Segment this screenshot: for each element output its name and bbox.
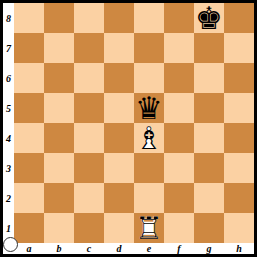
square-d4[interactable] [104,123,134,153]
square-e7[interactable] [134,33,164,63]
rank-label-6: 6 [3,63,14,93]
white-rook-icon: ♖ [134,213,164,243]
square-e4[interactable]: ♝♗ [134,123,164,153]
square-b5[interactable] [44,93,74,123]
square-f5[interactable] [164,93,194,123]
square-a1[interactable] [14,213,44,243]
square-h7[interactable] [224,33,254,63]
square-c3[interactable] [74,153,104,183]
square-d6[interactable] [104,63,134,93]
square-b4[interactable] [44,123,74,153]
square-e6[interactable] [134,63,164,93]
white-bishop[interactable]: ♝♗ [134,123,164,153]
white-bishop-icon: ♗ [134,123,164,153]
square-e1[interactable]: ♜♖ [134,213,164,243]
rank-label-3: 3 [3,153,14,183]
square-c1[interactable] [74,213,104,243]
square-a5[interactable] [14,93,44,123]
square-c8[interactable] [74,3,104,33]
square-g6[interactable] [194,63,224,93]
square-h4[interactable] [224,123,254,153]
rank-label-4: 4 [3,123,14,153]
square-d8[interactable] [104,3,134,33]
square-b6[interactable] [44,63,74,93]
rank-label-7: 7 [3,33,14,63]
rank-labels: 87654321 [3,3,14,243]
square-c4[interactable] [74,123,104,153]
square-g3[interactable] [194,153,224,183]
black-queen-icon: ♛ [134,93,164,123]
file-label-e: e [134,243,164,254]
square-g2[interactable] [194,183,224,213]
rank-label-2: 2 [3,183,14,213]
square-e2[interactable] [134,183,164,213]
square-h3[interactable] [224,153,254,183]
square-d7[interactable] [104,33,134,63]
square-g5[interactable] [194,93,224,123]
file-label-g: g [194,243,224,254]
square-b8[interactable] [44,3,74,33]
square-f4[interactable] [164,123,194,153]
square-g4[interactable] [194,123,224,153]
square-f6[interactable] [164,63,194,93]
square-d1[interactable] [104,213,134,243]
square-h6[interactable] [224,63,254,93]
file-label-f: f [164,243,194,254]
square-c7[interactable] [74,33,104,63]
square-f1[interactable] [164,213,194,243]
square-e5[interactable]: ♛ [134,93,164,123]
file-label-d: d [104,243,134,254]
white-to-move-indicator [3,237,18,252]
square-g1[interactable] [194,213,224,243]
square-b3[interactable] [44,153,74,183]
square-f7[interactable] [164,33,194,63]
black-king[interactable]: ♚ [194,3,224,33]
square-f3[interactable] [164,153,194,183]
white-rook[interactable]: ♜♖ [134,213,164,243]
rank-label-5: 5 [3,93,14,123]
square-a4[interactable] [14,123,44,153]
square-b1[interactable] [44,213,74,243]
file-labels: abcdefgh [14,243,254,254]
square-c2[interactable] [74,183,104,213]
square-g7[interactable] [194,33,224,63]
square-b2[interactable] [44,183,74,213]
square-h2[interactable] [224,183,254,213]
square-e8[interactable] [134,3,164,33]
square-d2[interactable] [104,183,134,213]
square-e3[interactable] [134,153,164,183]
square-a6[interactable] [14,63,44,93]
chess-diagram: 87654321 ♚♛♝♗♜♖ abcdefgh [0,0,257,257]
rank-label-8: 8 [3,3,14,33]
file-label-h: h [224,243,254,254]
square-d3[interactable] [104,153,134,183]
square-a2[interactable] [14,183,44,213]
square-g8[interactable]: ♚ [194,3,224,33]
file-label-b: b [44,243,74,254]
square-h5[interactable] [224,93,254,123]
square-f2[interactable] [164,183,194,213]
square-h8[interactable] [224,3,254,33]
square-a8[interactable] [14,3,44,33]
file-label-a: a [14,243,44,254]
square-h1[interactable] [224,213,254,243]
square-f8[interactable] [164,3,194,33]
square-c5[interactable] [74,93,104,123]
square-c6[interactable] [74,63,104,93]
square-b7[interactable] [44,33,74,63]
chess-board: ♚♛♝♗♜♖ [14,3,254,243]
black-king-icon: ♚ [194,3,224,33]
square-d5[interactable] [104,93,134,123]
square-a7[interactable] [14,33,44,63]
file-label-c: c [74,243,104,254]
square-a3[interactable] [14,153,44,183]
black-queen[interactable]: ♛ [134,93,164,123]
